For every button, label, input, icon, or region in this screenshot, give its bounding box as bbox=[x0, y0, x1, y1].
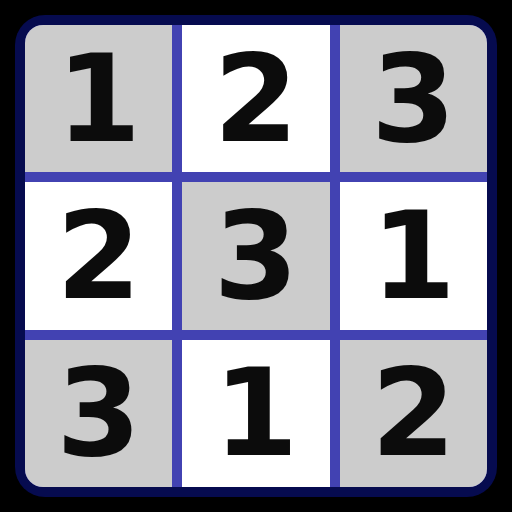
cell-r1c2[interactable]: 2 bbox=[182, 25, 329, 172]
cell-r2c2[interactable]: 3 bbox=[182, 182, 329, 329]
cell-r2c1[interactable]: 2 bbox=[25, 182, 172, 329]
cell-r1c3[interactable]: 3 bbox=[340, 25, 487, 172]
cell-r3c3[interactable]: 2 bbox=[340, 340, 487, 487]
cell-r2c3[interactable]: 1 bbox=[340, 182, 487, 329]
cell-r1c1[interactable]: 1 bbox=[25, 25, 172, 172]
puzzle-board-frame: 1 2 3 2 3 1 3 1 2 bbox=[15, 15, 497, 497]
cell-r3c2[interactable]: 1 bbox=[182, 340, 329, 487]
puzzle-grid: 1 2 3 2 3 1 3 1 2 bbox=[25, 25, 487, 487]
cell-r3c1[interactable]: 3 bbox=[25, 340, 172, 487]
